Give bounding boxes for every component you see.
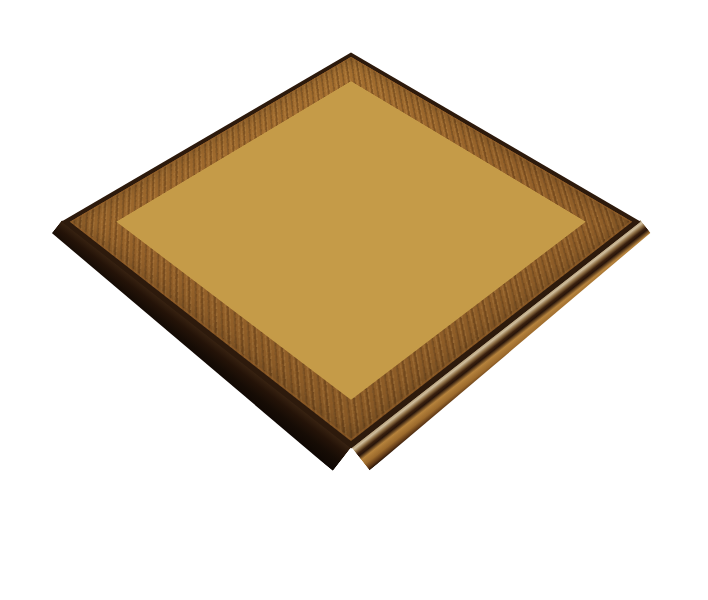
board-rim [61, 52, 641, 448]
board-top [61, 52, 641, 448]
chess-set-photo [0, 0, 708, 600]
board[interactable] [61, 52, 641, 448]
board-field [119, 83, 583, 398]
